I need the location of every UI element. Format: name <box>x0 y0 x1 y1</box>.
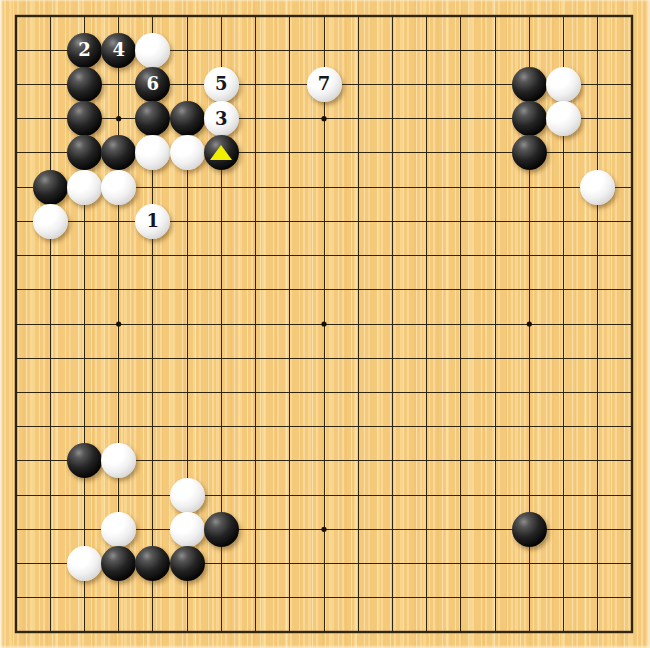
stone-S14 <box>580 170 615 205</box>
stone-F5 <box>170 478 205 513</box>
stone-D15 <box>101 135 136 170</box>
move-number-label: 5 <box>215 75 228 93</box>
stone-B13 <box>33 204 68 239</box>
stone-R16 <box>546 101 581 136</box>
stone-E17: 6 <box>135 67 170 102</box>
stone-D6 <box>101 443 136 478</box>
stone-R17 <box>546 67 581 102</box>
stone-G16: 3 <box>204 101 239 136</box>
stone-C15 <box>67 135 102 170</box>
move-number-label: 4 <box>112 41 125 59</box>
stone-C16 <box>67 101 102 136</box>
stone-C14 <box>67 170 102 205</box>
stone-C17 <box>67 67 102 102</box>
move-number-label: 2 <box>78 41 91 59</box>
stone-D4 <box>101 512 136 547</box>
stone-G15 <box>204 135 239 170</box>
go-board[interactable]: 2465731 <box>0 0 650 648</box>
stone-G4 <box>204 512 239 547</box>
move-number-label: 6 <box>147 75 160 93</box>
stone-G17: 5 <box>204 67 239 102</box>
move-number-label: 1 <box>147 212 160 230</box>
stone-D3 <box>101 546 136 581</box>
move-number-label: 3 <box>215 110 228 128</box>
stone-E18 <box>135 33 170 68</box>
triangle-marker-icon <box>210 145 232 160</box>
stone-C3 <box>67 546 102 581</box>
stone-F3 <box>170 546 205 581</box>
stones-layer: 2465731 <box>0 0 650 648</box>
stone-D14 <box>101 170 136 205</box>
stone-F15 <box>170 135 205 170</box>
stone-C18: 2 <box>67 33 102 68</box>
stone-E16 <box>135 101 170 136</box>
stone-Q17 <box>512 67 547 102</box>
stone-Q15 <box>512 135 547 170</box>
stone-F16 <box>170 101 205 136</box>
stone-Q16 <box>512 101 547 136</box>
stone-K17: 7 <box>307 67 342 102</box>
stone-Q4 <box>512 512 547 547</box>
move-number-label: 7 <box>318 75 331 93</box>
stone-B14 <box>33 170 68 205</box>
stone-E3 <box>135 546 170 581</box>
stone-E15 <box>135 135 170 170</box>
stone-E13: 1 <box>135 204 170 239</box>
stone-D18: 4 <box>101 33 136 68</box>
stone-F4 <box>170 512 205 547</box>
stone-C6 <box>67 443 102 478</box>
